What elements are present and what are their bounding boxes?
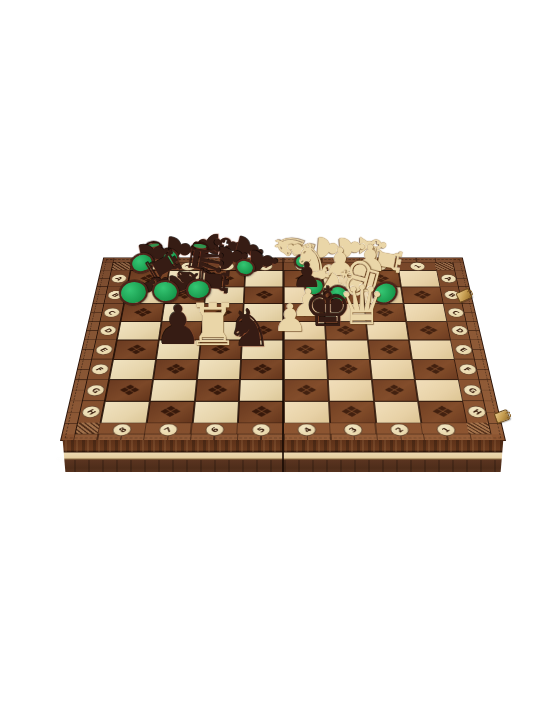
front-face-seam	[282, 440, 284, 472]
board-square[interactable]	[415, 380, 463, 401]
product-photo-scene: ❖❖❖❖❖❖❖❖❖❖❖❖❖❖❖❖❖❖❖❖❖❖❖❖❖❖❖❖❖❖❖❖ 88AA77B…	[0, 0, 540, 720]
board-square[interactable]	[109, 359, 156, 379]
corner-ornament	[435, 262, 455, 270]
flower-ornament-icon: ❖	[411, 289, 434, 300]
corner-ornament	[466, 423, 490, 434]
board-square[interactable]: ❖	[327, 359, 372, 379]
board-square[interactable]: ❖	[284, 340, 327, 359]
flower-ornament-icon: ❖	[382, 383, 407, 397]
board-square[interactable]	[150, 380, 197, 401]
chess-piece-light-pawn[interactable]: ♟	[273, 299, 307, 337]
flower-ornament-icon: ❖	[205, 383, 229, 397]
coordinate-label: 3	[343, 423, 363, 435]
board-square[interactable]	[326, 340, 370, 359]
board-square[interactable]: ❖	[146, 401, 194, 423]
coordinate-label: 5	[251, 423, 270, 435]
flower-ornament-icon: ❖	[378, 343, 402, 356]
fold-seam	[282, 258, 285, 440]
chess-piece-dark-king[interactable]: ♚	[304, 281, 352, 335]
flower-ornament-icon: ❖	[423, 363, 448, 377]
board-square[interactable]: ❖	[401, 287, 444, 304]
board-front-face	[60, 440, 506, 472]
corner-ornament	[76, 423, 100, 434]
board-square[interactable]	[404, 304, 447, 322]
flower-ornament-icon: ❖	[164, 363, 189, 377]
board-square[interactable]: ❖	[284, 380, 329, 401]
board-square[interactable]: ❖	[113, 340, 159, 359]
board-square[interactable]	[328, 380, 374, 401]
board-square[interactable]: ❖	[412, 359, 459, 379]
coordinate-label: 2	[389, 423, 409, 435]
board-square[interactable]	[409, 340, 455, 359]
board-square[interactable]	[284, 401, 330, 423]
flower-ornament-icon: ❖	[429, 404, 456, 419]
board-square[interactable]: ❖	[367, 340, 412, 359]
flower-ornament-icon: ❖	[158, 404, 184, 419]
board-square[interactable]	[196, 359, 241, 379]
board-square[interactable]	[373, 401, 421, 423]
board-square[interactable]	[192, 401, 239, 423]
board-square[interactable]: ❖	[194, 380, 240, 401]
coordinate-label: 1	[409, 262, 426, 270]
corner-ornament	[112, 262, 132, 270]
board-square[interactable]	[284, 359, 328, 379]
flower-ornament-icon: ❖	[339, 404, 364, 419]
board-square[interactable]: ❖	[153, 359, 199, 379]
board-square[interactable]: ❖	[238, 401, 284, 423]
coordinate-label: 4	[298, 423, 317, 435]
board-square[interactable]: ❖	[406, 321, 451, 340]
chess-piece-dark-knight[interactable]: ♞	[226, 302, 273, 354]
board-square[interactable]	[369, 359, 415, 379]
flower-ornament-icon: ❖	[337, 363, 361, 377]
board-square[interactable]	[100, 401, 149, 423]
flower-ornament-icon: ❖	[294, 343, 317, 356]
flower-ornament-icon: ❖	[124, 343, 149, 356]
board-square[interactable]: ❖	[329, 401, 376, 423]
board-square[interactable]: ❖	[371, 380, 418, 401]
flower-ornament-icon: ❖	[249, 404, 273, 419]
board-square[interactable]: ❖	[418, 401, 467, 423]
board-square[interactable]: ❖	[240, 359, 284, 379]
flower-ornament-icon: ❖	[416, 324, 440, 337]
flower-ornament-icon: ❖	[116, 383, 142, 397]
flower-ornament-icon: ❖	[294, 383, 318, 397]
board-square[interactable]	[239, 380, 284, 401]
board-square[interactable]: ❖	[105, 380, 153, 401]
flower-ornament-icon: ❖	[251, 363, 274, 377]
